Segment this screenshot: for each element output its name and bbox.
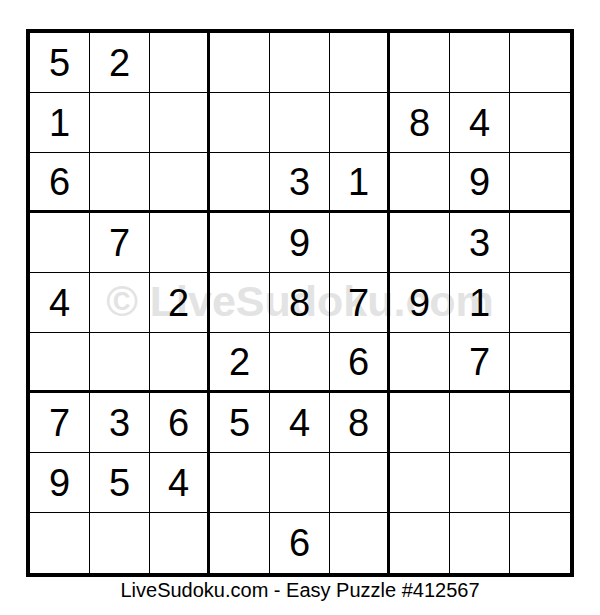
cell-r2c6[interactable] [330,93,390,153]
cell-r7c4[interactable]: 5 [210,393,270,453]
cell-r4c6[interactable] [330,213,390,273]
cell-r8c9[interactable] [510,453,570,513]
cell-r2c1[interactable]: 1 [30,93,90,153]
sudoku-board: 5218463197934287912677365489546 [26,29,574,577]
cell-r8c3[interactable]: 4 [150,453,210,513]
cell-r3c9[interactable] [510,153,570,213]
cell-r5c4[interactable] [210,273,270,333]
cell-r1c3[interactable] [150,33,210,93]
cell-r8c6[interactable] [330,453,390,513]
cell-r4c7[interactable] [390,213,450,273]
cell-r4c5[interactable]: 9 [270,213,330,273]
cell-r8c8[interactable] [450,453,510,513]
cell-r6c8[interactable]: 7 [450,333,510,393]
cell-r1c2[interactable]: 2 [90,33,150,93]
cell-r7c1[interactable]: 7 [30,393,90,453]
cell-r2c4[interactable] [210,93,270,153]
cell-r5c3[interactable]: 2 [150,273,210,333]
cell-r8c5[interactable] [270,453,330,513]
cell-r8c2[interactable]: 5 [90,453,150,513]
cell-r6c9[interactable] [510,333,570,393]
cell-r6c2[interactable] [90,333,150,393]
cell-r6c3[interactable] [150,333,210,393]
cell-r3c6[interactable]: 1 [330,153,390,213]
cell-r5c6[interactable]: 7 [330,273,390,333]
cell-r9c2[interactable] [90,513,150,573]
cell-r8c4[interactable] [210,453,270,513]
cell-r9c9[interactable] [510,513,570,573]
cell-r8c1[interactable]: 9 [30,453,90,513]
cell-r4c9[interactable] [510,213,570,273]
cell-r3c3[interactable] [150,153,210,213]
cell-r9c3[interactable] [150,513,210,573]
cell-r9c5[interactable]: 6 [270,513,330,573]
cell-r3c2[interactable] [90,153,150,213]
cell-r3c7[interactable] [390,153,450,213]
cell-r9c1[interactable] [30,513,90,573]
cell-r3c8[interactable]: 9 [450,153,510,213]
cell-r2c3[interactable] [150,93,210,153]
cell-r7c2[interactable]: 3 [90,393,150,453]
cell-r4c4[interactable] [210,213,270,273]
cell-r9c7[interactable] [390,513,450,573]
cell-r1c4[interactable] [210,33,270,93]
cell-r6c7[interactable] [390,333,450,393]
cell-r4c1[interactable] [30,213,90,273]
cell-r1c8[interactable] [450,33,510,93]
sudoku-page: © LiveSudoku.com 52184631979342879126773… [0,0,600,615]
cell-r4c3[interactable] [150,213,210,273]
cell-r9c4[interactable] [210,513,270,573]
cell-r6c4[interactable]: 2 [210,333,270,393]
cell-r2c8[interactable]: 4 [450,93,510,153]
cell-r9c6[interactable] [330,513,390,573]
cell-r3c5[interactable]: 3 [270,153,330,213]
cell-r5c1[interactable]: 4 [30,273,90,333]
cell-r8c7[interactable] [390,453,450,513]
cell-r7c5[interactable]: 4 [270,393,330,453]
cell-r4c8[interactable]: 3 [450,213,510,273]
cell-r5c9[interactable] [510,273,570,333]
cell-r1c7[interactable] [390,33,450,93]
cell-r5c2[interactable] [90,273,150,333]
cell-r6c5[interactable] [270,333,330,393]
cell-r7c7[interactable] [390,393,450,453]
cell-r6c1[interactable] [30,333,90,393]
cell-r6c6[interactable]: 6 [330,333,390,393]
cell-r7c8[interactable] [450,393,510,453]
cell-r5c8[interactable]: 1 [450,273,510,333]
puzzle-caption: LiveSudoku.com - Easy Puzzle #412567 [0,579,600,602]
cell-r5c5[interactable]: 8 [270,273,330,333]
cell-r3c1[interactable]: 6 [30,153,90,213]
cell-r1c6[interactable] [330,33,390,93]
cell-r1c5[interactable] [270,33,330,93]
cell-r1c1[interactable]: 5 [30,33,90,93]
cell-r5c7[interactable]: 9 [390,273,450,333]
cell-r3c4[interactable] [210,153,270,213]
cell-r2c5[interactable] [270,93,330,153]
cell-r2c9[interactable] [510,93,570,153]
cell-r2c7[interactable]: 8 [390,93,450,153]
cell-r7c3[interactable]: 6 [150,393,210,453]
cell-r7c6[interactable]: 8 [330,393,390,453]
cell-r9c8[interactable] [450,513,510,573]
cell-r1c9[interactable] [510,33,570,93]
cell-r2c2[interactable] [90,93,150,153]
cell-r4c2[interactable]: 7 [90,213,150,273]
cell-r7c9[interactable] [510,393,570,453]
